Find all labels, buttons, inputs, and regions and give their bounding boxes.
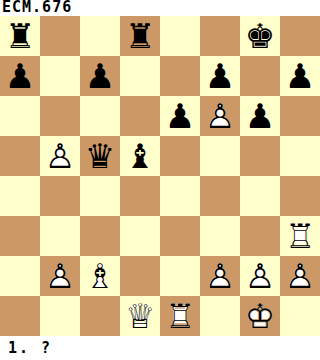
square-a1[interactable] xyxy=(0,296,40,336)
white-pawn-fill: ♟ xyxy=(200,256,240,296)
white-pawn: ♙ xyxy=(200,96,240,136)
square-d4[interactable] xyxy=(120,176,160,216)
square-g4[interactable] xyxy=(240,176,280,216)
white-queen: ♕ xyxy=(120,296,160,336)
square-b6[interactable] xyxy=(40,96,80,136)
square-g8[interactable]: ♚ xyxy=(240,16,280,56)
square-e7[interactable] xyxy=(160,56,200,96)
square-a4[interactable] xyxy=(0,176,40,216)
white-bishop-fill: ♝ xyxy=(80,256,120,296)
white-pawn-fill: ♟ xyxy=(40,136,80,176)
white-rook: ♖ xyxy=(160,296,200,336)
square-e3[interactable] xyxy=(160,216,200,256)
white-pawn: ♙ xyxy=(240,256,280,296)
square-g2[interactable]: ♟♙ xyxy=(240,256,280,296)
square-d1[interactable]: ♛♕ xyxy=(120,296,160,336)
white-king: ♔ xyxy=(240,296,280,336)
white-rook: ♖ xyxy=(280,216,320,256)
square-h1[interactable] xyxy=(280,296,320,336)
square-f7[interactable]: ♟ xyxy=(200,56,240,96)
black-pawn: ♟ xyxy=(240,96,280,136)
square-h4[interactable] xyxy=(280,176,320,216)
square-b1[interactable] xyxy=(40,296,80,336)
white-king-fill: ♚ xyxy=(240,296,280,336)
square-g1[interactable]: ♚♔ xyxy=(240,296,280,336)
square-g6[interactable]: ♟ xyxy=(240,96,280,136)
white-queen-fill: ♛ xyxy=(120,296,160,336)
square-b3[interactable] xyxy=(40,216,80,256)
square-e6[interactable]: ♟ xyxy=(160,96,200,136)
square-h3[interactable]: ♜♖ xyxy=(280,216,320,256)
square-b4[interactable] xyxy=(40,176,80,216)
black-pawn: ♟ xyxy=(80,56,120,96)
black-queen: ♛ xyxy=(80,136,120,176)
square-f2[interactable]: ♟♙ xyxy=(200,256,240,296)
chess-board: ♜♜♚♟♟♟♟♟♟♙♟♟♙♛♝♜♖♟♙♝♗♟♙♟♙♟♙♛♕♜♖♚♔ xyxy=(0,16,320,336)
square-d8[interactable]: ♜ xyxy=(120,16,160,56)
square-h7[interactable]: ♟ xyxy=(280,56,320,96)
square-c4[interactable] xyxy=(80,176,120,216)
square-f1[interactable] xyxy=(200,296,240,336)
white-pawn-fill: ♟ xyxy=(40,256,80,296)
square-f4[interactable] xyxy=(200,176,240,216)
black-bishop: ♝ xyxy=(120,136,160,176)
white-pawn: ♙ xyxy=(200,256,240,296)
square-f3[interactable] xyxy=(200,216,240,256)
square-e4[interactable] xyxy=(160,176,200,216)
square-d3[interactable] xyxy=(120,216,160,256)
square-a5[interactable] xyxy=(0,136,40,176)
square-a2[interactable] xyxy=(0,256,40,296)
square-g5[interactable] xyxy=(240,136,280,176)
white-pawn: ♙ xyxy=(280,256,320,296)
square-d6[interactable] xyxy=(120,96,160,136)
square-a8[interactable]: ♜ xyxy=(0,16,40,56)
black-pawn: ♟ xyxy=(280,56,320,96)
move-prompt: 1. ? xyxy=(0,339,320,357)
square-a3[interactable] xyxy=(0,216,40,256)
white-pawn-fill: ♟ xyxy=(240,256,280,296)
square-d2[interactable] xyxy=(120,256,160,296)
square-e8[interactable] xyxy=(160,16,200,56)
square-f5[interactable] xyxy=(200,136,240,176)
black-pawn: ♟ xyxy=(200,56,240,96)
white-pawn-fill: ♟ xyxy=(200,96,240,136)
square-b2[interactable]: ♟♙ xyxy=(40,256,80,296)
square-e1[interactable]: ♜♖ xyxy=(160,296,200,336)
square-a6[interactable] xyxy=(0,96,40,136)
square-c8[interactable] xyxy=(80,16,120,56)
black-pawn: ♟ xyxy=(0,56,40,96)
white-rook-fill: ♜ xyxy=(280,216,320,256)
square-g3[interactable] xyxy=(240,216,280,256)
square-e2[interactable] xyxy=(160,256,200,296)
diagram-title: ECM.676 xyxy=(0,0,320,16)
square-e5[interactable] xyxy=(160,136,200,176)
black-rook: ♜ xyxy=(120,16,160,56)
square-b7[interactable] xyxy=(40,56,80,96)
square-h6[interactable] xyxy=(280,96,320,136)
square-h2[interactable]: ♟♙ xyxy=(280,256,320,296)
square-c2[interactable]: ♝♗ xyxy=(80,256,120,296)
square-f6[interactable]: ♟♙ xyxy=(200,96,240,136)
square-g7[interactable] xyxy=(240,56,280,96)
square-c7[interactable]: ♟ xyxy=(80,56,120,96)
black-king: ♚ xyxy=(240,16,280,56)
square-b8[interactable] xyxy=(40,16,80,56)
square-c3[interactable] xyxy=(80,216,120,256)
square-c1[interactable] xyxy=(80,296,120,336)
square-h5[interactable] xyxy=(280,136,320,176)
square-c6[interactable] xyxy=(80,96,120,136)
square-d7[interactable] xyxy=(120,56,160,96)
black-pawn: ♟ xyxy=(160,96,200,136)
square-h8[interactable] xyxy=(280,16,320,56)
black-rook: ♜ xyxy=(0,16,40,56)
square-d5[interactable]: ♝ xyxy=(120,136,160,176)
square-f8[interactable] xyxy=(200,16,240,56)
square-c5[interactable]: ♛ xyxy=(80,136,120,176)
white-pawn-fill: ♟ xyxy=(280,256,320,296)
white-pawn: ♙ xyxy=(40,256,80,296)
white-rook-fill: ♜ xyxy=(160,296,200,336)
square-b5[interactable]: ♟♙ xyxy=(40,136,80,176)
white-pawn: ♙ xyxy=(40,136,80,176)
square-a7[interactable]: ♟ xyxy=(0,56,40,96)
white-bishop: ♗ xyxy=(80,256,120,296)
